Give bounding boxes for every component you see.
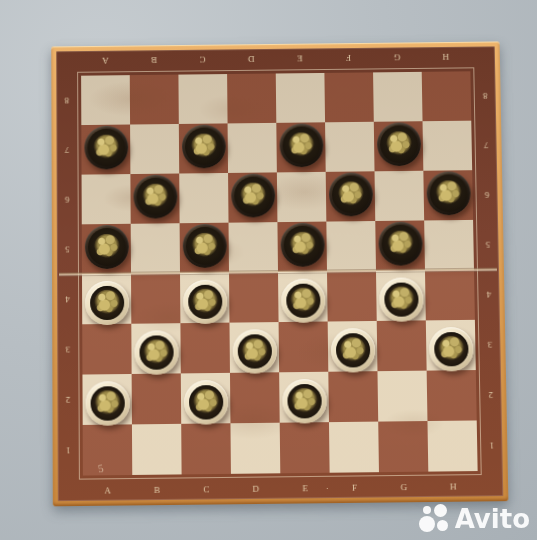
square-h4[interactable] — [425, 270, 475, 321]
file-label-g: G — [379, 480, 429, 495]
rank-label-4: 4 — [60, 274, 75, 324]
file-label-a: A — [81, 53, 130, 67]
file-label-e: E — [276, 51, 325, 65]
checker-light-b3[interactable] — [134, 330, 178, 375]
square-h7[interactable] — [423, 121, 473, 171]
checker-dark-c7[interactable] — [181, 124, 225, 168]
piece-face — [287, 384, 322, 419]
piece-face — [185, 227, 223, 265]
piece-gold-inlay — [337, 181, 363, 206]
file-label-g: G — [373, 50, 422, 64]
square-d6[interactable] — [228, 172, 277, 222]
piece-gold-inlay — [290, 287, 316, 312]
square-c1[interactable] — [181, 423, 231, 474]
piece-gold-inlay — [289, 231, 315, 256]
rank-label-3: 3 — [482, 320, 498, 370]
rank-label-5: 5 — [60, 224, 75, 274]
square-g5[interactable] — [375, 220, 425, 270]
board-frame: ABCDEFGH ABCDEFGH 87654321 87654321 · 5 — [56, 46, 503, 501]
checker-light-d3[interactable] — [232, 329, 277, 374]
piece-face — [384, 282, 419, 316]
square-e3[interactable] — [279, 322, 329, 373]
square-d5[interactable] — [229, 222, 278, 272]
rank-label-2: 2 — [60, 375, 75, 426]
rank-label-6: 6 — [60, 175, 75, 225]
piece-gold-inlay — [94, 290, 120, 315]
square-b4[interactable] — [131, 273, 180, 324]
rank-label-3: 3 — [60, 324, 75, 374]
square-b8[interactable] — [130, 75, 179, 125]
piece-face — [139, 335, 173, 370]
square-a6[interactable] — [82, 174, 131, 224]
piece-face — [237, 334, 271, 369]
square-g1[interactable] — [378, 421, 428, 472]
scratch-mark-a1: 5 — [97, 462, 104, 475]
square-h3[interactable] — [426, 320, 476, 371]
piece-gold-inlay — [240, 182, 266, 207]
checker-light-g4[interactable] — [379, 277, 424, 322]
square-h1[interactable] — [427, 420, 477, 471]
square-f6[interactable] — [326, 171, 376, 221]
square-b6[interactable] — [130, 174, 179, 224]
piece-gold-inlay — [241, 338, 267, 363]
square-g7[interactable] — [374, 121, 424, 171]
piece-face — [429, 174, 468, 212]
checker-light-h3[interactable] — [428, 327, 473, 372]
checker-dark-e7[interactable] — [279, 123, 323, 167]
checker-light-e4[interactable] — [281, 278, 326, 323]
checker-dark-b6[interactable] — [133, 175, 177, 219]
square-c5[interactable] — [180, 223, 229, 273]
square-b2[interactable] — [132, 373, 182, 424]
square-e5[interactable] — [277, 222, 327, 272]
checker-dark-d6[interactable] — [231, 173, 275, 217]
checker-dark-h6[interactable] — [426, 171, 471, 215]
rank-label-1: 1 — [484, 420, 500, 471]
square-h5[interactable] — [424, 220, 474, 270]
piece-face — [90, 286, 124, 320]
piece-gold-inlay — [191, 233, 217, 258]
avito-logo-icon — [419, 503, 450, 534]
square-a1[interactable] — [83, 424, 133, 475]
rank-label-8: 8 — [59, 76, 74, 126]
square-f7[interactable] — [325, 122, 374, 172]
piece-face — [283, 226, 321, 264]
rank-label-8: 8 — [477, 71, 493, 121]
file-label-f: F — [324, 51, 373, 65]
rank-label-5: 5 — [480, 220, 496, 270]
square-d4[interactable] — [229, 272, 279, 323]
piece-gold-inlay — [435, 180, 461, 205]
file-label-d: D — [231, 481, 281, 496]
piece-face — [87, 228, 125, 266]
checker-dark-a7[interactable] — [84, 126, 128, 170]
square-c7[interactable] — [179, 123, 228, 173]
piece-face — [188, 285, 222, 319]
square-f3[interactable] — [328, 321, 378, 372]
checker-dark-g7[interactable] — [376, 122, 420, 166]
checker-dark-a5[interactable] — [84, 225, 128, 269]
piece-gold-inlay — [339, 337, 365, 362]
piece-gold-inlay — [94, 390, 120, 416]
square-f1[interactable] — [329, 422, 379, 473]
file-label-h: H — [428, 479, 478, 494]
checker-light-c4[interactable] — [183, 280, 227, 325]
square-g6[interactable] — [375, 171, 425, 221]
square-a5[interactable] — [82, 224, 131, 274]
square-c4[interactable] — [180, 273, 229, 324]
border-dot-mark: · — [326, 483, 329, 493]
piece-gold-inlay — [93, 134, 119, 159]
checker-dark-c5[interactable] — [182, 224, 226, 268]
piece-face — [381, 225, 420, 263]
file-label-f: F — [330, 480, 380, 495]
piece-face — [87, 129, 125, 167]
piece-gold-inlay — [288, 132, 314, 157]
piece-face — [136, 178, 174, 216]
rank-label-6: 6 — [479, 170, 495, 220]
file-label-b: B — [130, 53, 179, 67]
square-a8[interactable] — [81, 75, 130, 125]
square-f4[interactable] — [327, 271, 377, 322]
square-d2[interactable] — [230, 372, 280, 423]
piece-face — [331, 175, 369, 213]
piece-gold-inlay — [385, 131, 411, 156]
piece-face — [188, 385, 222, 420]
file-labels-top: ABCDEFGH — [81, 50, 470, 68]
rank-label-1: 1 — [61, 425, 76, 476]
square-a4[interactable] — [82, 274, 131, 325]
square-e4[interactable] — [278, 271, 328, 322]
checker-light-a2[interactable] — [85, 381, 129, 426]
piece-gold-inlay — [93, 234, 119, 259]
square-h2[interactable] — [427, 370, 477, 421]
square-e2[interactable] — [279, 372, 329, 423]
checker-light-f3[interactable] — [330, 328, 375, 373]
square-c6[interactable] — [179, 173, 228, 223]
square-d1[interactable] — [230, 423, 280, 474]
checker-dark-f6[interactable] — [328, 172, 372, 216]
photo-scene: ABCDEFGH ABCDEFGH 87654321 87654321 · 5 … — [0, 0, 537, 540]
file-label-h: H — [421, 50, 470, 64]
square-e1[interactable] — [280, 422, 330, 473]
rank-label-7: 7 — [478, 120, 494, 170]
square-a2[interactable] — [82, 374, 131, 425]
square-e8[interactable] — [276, 73, 325, 123]
square-e6[interactable] — [277, 172, 326, 222]
piece-gold-inlay — [388, 286, 414, 311]
square-h8[interactable] — [422, 71, 472, 121]
piece-gold-inlay — [142, 183, 168, 208]
piece-face — [379, 125, 417, 163]
rank-label-7: 7 — [59, 125, 74, 175]
square-d8[interactable] — [227, 73, 276, 123]
piece-face — [335, 333, 370, 368]
square-f5[interactable] — [326, 221, 376, 271]
checker-light-c2[interactable] — [183, 380, 228, 425]
square-g2[interactable] — [377, 371, 427, 422]
square-h6[interactable] — [423, 170, 473, 220]
rank-label-2: 2 — [483, 370, 499, 421]
square-b1[interactable] — [132, 424, 182, 475]
piece-gold-inlay — [387, 230, 413, 255]
piece-gold-inlay — [291, 388, 317, 414]
file-label-d: D — [227, 52, 276, 66]
piece-face — [282, 126, 320, 164]
checker-dark-g5[interactable] — [378, 221, 423, 265]
square-a3[interactable] — [82, 324, 131, 375]
piece-gold-inlay — [143, 339, 169, 364]
rank-labels-left: 87654321 — [59, 76, 76, 476]
checkers-board: ABCDEFGH ABCDEFGH 87654321 87654321 · 5 — [51, 41, 508, 506]
checker-light-a4[interactable] — [85, 281, 129, 326]
square-g8[interactable] — [373, 72, 422, 122]
square-c3[interactable] — [180, 323, 230, 374]
square-f2[interactable] — [328, 371, 378, 422]
file-label-c: C — [182, 482, 231, 497]
rank-label-4: 4 — [481, 270, 497, 320]
square-b3[interactable] — [131, 323, 180, 374]
square-c2[interactable] — [181, 373, 231, 424]
checker-light-e2[interactable] — [282, 379, 327, 424]
square-c8[interactable] — [178, 74, 227, 124]
piece-face — [234, 176, 272, 214]
square-f8[interactable] — [324, 72, 373, 122]
square-g3[interactable] — [377, 320, 427, 371]
piece-face — [90, 386, 124, 421]
avito-watermark-text: Avito — [455, 504, 530, 534]
piece-gold-inlay — [190, 133, 216, 158]
piece-face — [184, 127, 222, 165]
file-label-e: E — [280, 481, 330, 496]
square-b7[interactable] — [130, 124, 179, 174]
avito-watermark: Avito — [419, 503, 530, 534]
square-e7[interactable] — [276, 122, 325, 172]
piece-face — [286, 284, 320, 318]
square-a7[interactable] — [81, 125, 130, 175]
square-d3[interactable] — [229, 322, 279, 373]
piece-gold-inlay — [192, 389, 218, 415]
checker-dark-e5[interactable] — [280, 223, 324, 267]
piece-face — [434, 332, 469, 367]
file-label-c: C — [178, 52, 227, 66]
square-d7[interactable] — [228, 123, 277, 173]
square-b5[interactable] — [131, 223, 180, 273]
file-labels-bottom: ABCDEFGH — [83, 479, 478, 498]
piece-gold-inlay — [192, 288, 218, 313]
file-label-b: B — [132, 483, 181, 498]
square-g4[interactable] — [376, 270, 426, 321]
piece-gold-inlay — [438, 336, 465, 361]
file-label-a: A — [83, 483, 132, 498]
